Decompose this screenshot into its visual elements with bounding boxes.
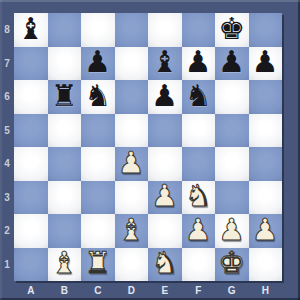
file-label-f: F [182,282,216,298]
square-a4[interactable] [14,147,48,181]
square-a7[interactable] [14,47,48,81]
file-label-e: E [148,282,182,298]
file-label-b: B [48,282,82,298]
square-f5[interactable] [182,114,216,148]
square-b8[interactable] [48,13,82,47]
square-f4[interactable] [182,147,216,181]
square-e7[interactable]: ♝ [148,47,182,81]
file-label-a: A [14,282,48,298]
square-h7[interactable]: ♟ [249,47,283,81]
square-e6[interactable]: ♟ [148,80,182,114]
square-e5[interactable] [148,114,182,148]
square-f3[interactable]: ♞ [182,181,216,215]
rank-label-6: 6 [0,80,14,114]
square-g1[interactable]: ♚ [215,248,249,282]
square-c4[interactable] [81,147,115,181]
square-g6[interactable] [215,80,249,114]
white-king-icon: ♚ [218,248,245,278]
square-g8[interactable]: ♚ [215,13,249,47]
white-pawn-icon: ♟ [252,215,279,245]
black-rook-icon: ♜ [51,81,78,111]
black-pawn-icon: ♟ [218,47,245,77]
file-label-h: H [249,282,283,298]
file-labels: ABCDEFGH [14,282,282,298]
black-pawn-icon: ♟ [84,47,111,77]
square-c5[interactable] [81,114,115,148]
square-d8[interactable] [115,13,149,47]
black-pawn-icon: ♟ [252,47,279,77]
square-g7[interactable]: ♟ [215,47,249,81]
white-rook-icon: ♜ [84,248,111,278]
square-f8[interactable] [182,13,216,47]
white-pawn-icon: ♟ [185,215,212,245]
square-h5[interactable] [249,114,283,148]
square-a3[interactable] [14,181,48,215]
white-pawn-icon: ♟ [218,215,245,245]
square-b4[interactable] [48,147,82,181]
white-bishop-icon: ♝ [51,248,78,278]
rank-label-1: 1 [0,248,14,282]
square-e4[interactable] [148,147,182,181]
square-a5[interactable] [14,114,48,148]
black-bishop-icon: ♝ [17,14,44,44]
square-e1[interactable]: ♞ [148,248,182,282]
white-bishop-icon: ♝ [118,215,145,245]
square-b5[interactable] [48,114,82,148]
square-d3[interactable] [115,181,149,215]
square-h6[interactable] [249,80,283,114]
square-g2[interactable]: ♟ [215,214,249,248]
rank-label-8: 8 [0,13,14,47]
square-e2[interactable] [148,214,182,248]
chessboard-frame: 87654321 ♝♚♟♝♟♟♟♜♞♟♞♟♟♞♝♟♟♟♝♜♞♚ ABCDEFGH [0,0,300,300]
square-f6[interactable]: ♞ [182,80,216,114]
square-h3[interactable] [249,181,283,215]
square-f2[interactable]: ♟ [182,214,216,248]
square-b1[interactable]: ♝ [48,248,82,282]
white-knight-icon: ♞ [151,248,178,278]
rank-label-5: 5 [0,114,14,148]
square-h4[interactable] [249,147,283,181]
square-b3[interactable] [48,181,82,215]
square-e3[interactable]: ♟ [148,181,182,215]
white-pawn-icon: ♟ [118,148,145,178]
square-d4[interactable]: ♟ [115,147,149,181]
square-a2[interactable] [14,214,48,248]
square-h8[interactable] [249,13,283,47]
square-d2[interactable]: ♝ [115,214,149,248]
white-knight-icon: ♞ [185,181,212,211]
square-f1[interactable] [182,248,216,282]
square-c2[interactable] [81,214,115,248]
square-b7[interactable] [48,47,82,81]
square-a8[interactable]: ♝ [14,13,48,47]
file-label-g: G [215,282,249,298]
square-e8[interactable] [148,13,182,47]
square-d5[interactable] [115,114,149,148]
chess-board: ♝♚♟♝♟♟♟♜♞♟♞♟♟♞♝♟♟♟♝♜♞♚ [14,13,282,281]
square-d7[interactable] [115,47,149,81]
square-c3[interactable] [81,181,115,215]
rank-label-4: 4 [0,147,14,181]
square-b6[interactable]: ♜ [48,80,82,114]
square-h1[interactable] [249,248,283,282]
square-c1[interactable]: ♜ [81,248,115,282]
square-g5[interactable] [215,114,249,148]
black-bishop-icon: ♝ [151,47,178,77]
file-label-c: C [81,282,115,298]
square-f7[interactable]: ♟ [182,47,216,81]
square-d1[interactable] [115,248,149,282]
black-knight-icon: ♞ [84,81,111,111]
square-h2[interactable]: ♟ [249,214,283,248]
rank-labels: 87654321 [0,13,14,281]
square-d6[interactable] [115,80,149,114]
rank-label-3: 3 [0,181,14,215]
square-c6[interactable]: ♞ [81,80,115,114]
black-pawn-icon: ♟ [151,81,178,111]
square-c7[interactable]: ♟ [81,47,115,81]
square-g3[interactable] [215,181,249,215]
rank-label-7: 7 [0,47,14,81]
rank-label-2: 2 [0,214,14,248]
square-g4[interactable] [215,147,249,181]
white-pawn-icon: ♟ [151,181,178,211]
square-c8[interactable] [81,13,115,47]
square-a1[interactable] [14,248,48,282]
square-a6[interactable] [14,80,48,114]
square-b2[interactable] [48,214,82,248]
black-knight-icon: ♞ [185,81,212,111]
black-pawn-icon: ♟ [185,47,212,77]
black-king-icon: ♚ [218,14,245,44]
file-label-d: D [115,282,149,298]
